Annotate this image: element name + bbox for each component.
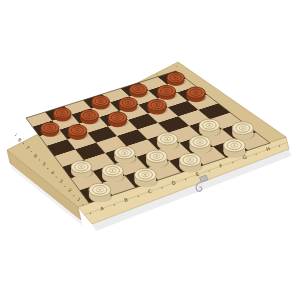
piece-light-man-b2[interactable] <box>102 164 125 182</box>
piece-light-man-g3[interactable] <box>199 119 221 137</box>
piece-light-man-e3[interactable] <box>157 133 179 151</box>
piece-dark-man-d8[interactable] <box>92 96 111 110</box>
piece-dark-man-f6[interactable] <box>148 99 168 114</box>
piece-dark-man-g7[interactable] <box>157 85 177 99</box>
piece-dark-man-d6[interactable] <box>108 112 128 127</box>
checkers-men <box>41 72 255 202</box>
piece-dark-man-h8[interactable] <box>167 72 186 86</box>
piece-light-man-d2[interactable] <box>146 150 169 168</box>
piece-light-man-g1[interactable] <box>223 139 246 158</box>
piece-light-man-f2[interactable] <box>189 136 212 154</box>
pieces-layer <box>0 0 300 300</box>
piece-dark-man-b8[interactable] <box>54 108 73 122</box>
piece-light-man-e1[interactable] <box>179 153 202 172</box>
piece-light-man-h2[interactable] <box>232 122 255 140</box>
piece-light-man-a1[interactable] <box>89 183 112 202</box>
piece-light-man-c1[interactable] <box>134 168 157 187</box>
piece-dark-man-b6[interactable] <box>68 125 88 140</box>
piece-dark-man-f8[interactable] <box>130 84 149 98</box>
piece-light-man-c3[interactable] <box>114 147 136 165</box>
piece-dark-man-c7[interactable] <box>80 110 100 124</box>
piece-dark-man-h6[interactable] <box>187 87 207 102</box>
piece-light-man-a3[interactable] <box>71 161 93 179</box>
checkers-set-photo: A8B7C6D5E4F3G2H1 <box>0 0 300 300</box>
piece-dark-man-a7[interactable] <box>41 122 61 136</box>
piece-dark-man-e7[interactable] <box>119 98 139 112</box>
